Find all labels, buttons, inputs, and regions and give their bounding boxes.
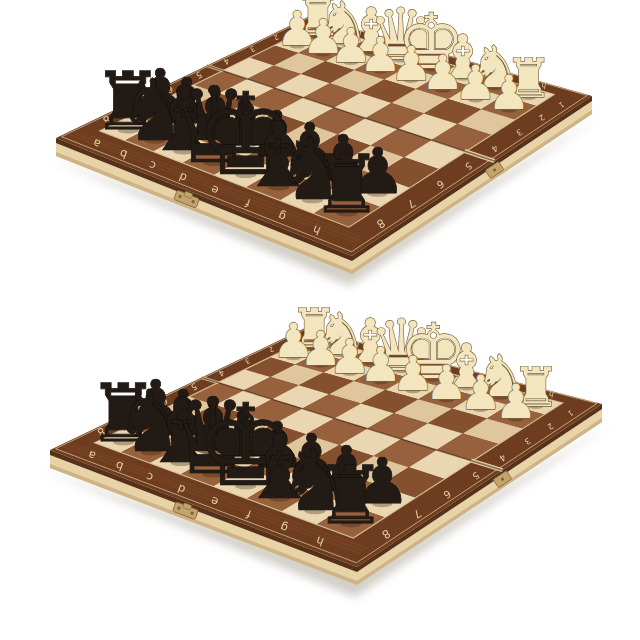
chessboard-lower: lower board aabbccddeeffgghh112233445566… bbox=[0, 0, 640, 640]
white-pawn-h2: ♟ bbox=[495, 374, 537, 429]
board-svg-1: aabbccddeeffgghh1122334455667788♜♞♟♝♟♛♟♚… bbox=[0, 0, 640, 640]
product-photo: upper board aabbccddeeffgghh112233445566… bbox=[0, 0, 640, 640]
black-rook-h8: ♜ bbox=[315, 449, 387, 542]
